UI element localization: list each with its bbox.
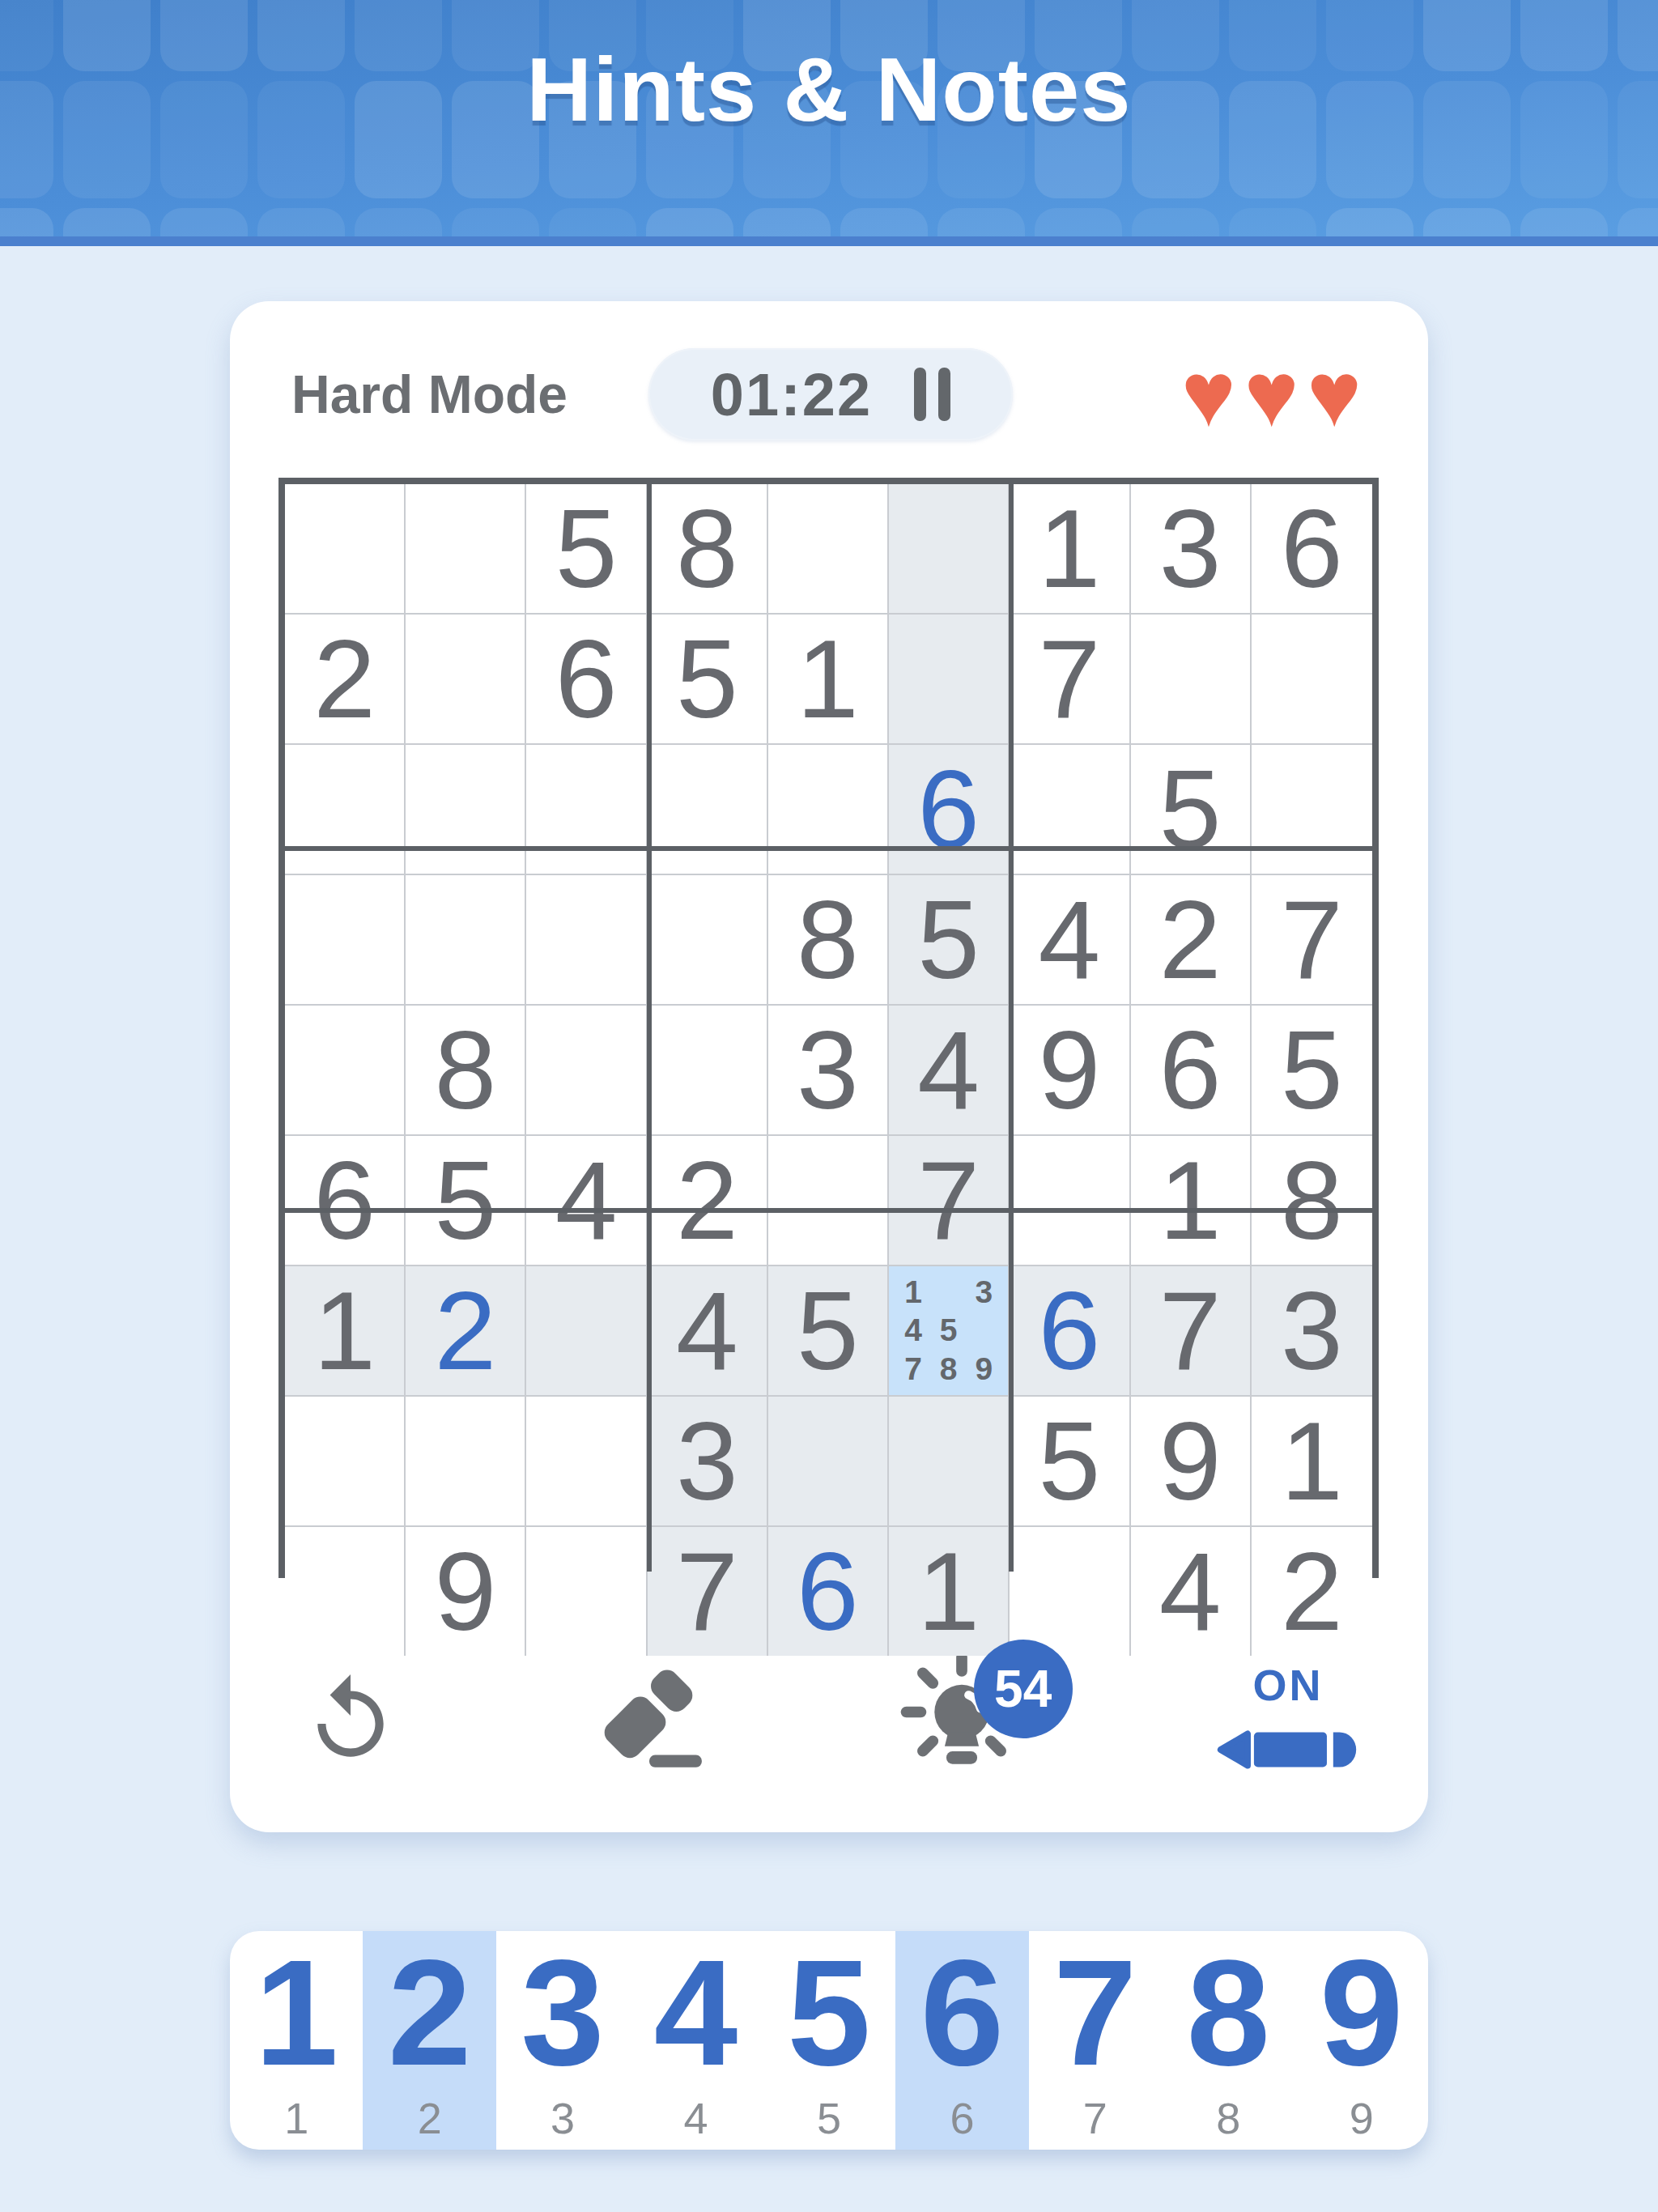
cell-r4c5[interactable]: 8 [768,875,889,1006]
cell-r8c6[interactable] [889,1397,1010,1527]
cell-r2c9[interactable] [1252,615,1372,745]
header-tile [743,208,831,236]
cell-r3c3[interactable] [526,745,647,875]
header-tile [0,208,53,236]
status-bar: Hard Mode 01:22 ♥♥♥ [291,342,1370,447]
cell-r8c3[interactable] [526,1397,647,1527]
cell-r4c8[interactable]: 2 [1131,875,1252,1006]
sudoku-board: 5813626517658542783496565427181245134578… [278,478,1379,1578]
sudoku-grid: 5813626517658542783496565427181245134578… [285,484,1372,1572]
header-tile [452,208,539,236]
header-tile [1229,208,1316,236]
cell-r6c5[interactable] [768,1136,889,1266]
lives-hearts: ♥♥♥ [1181,348,1370,440]
cell-r9c7[interactable] [1010,1527,1130,1656]
cell-r9c3[interactable] [526,1527,647,1656]
cell-r1c1[interactable] [285,484,406,615]
cell-r9c2[interactable]: 9 [406,1527,526,1656]
cell-r2c3[interactable]: 6 [526,615,647,745]
cell-r4c9[interactable]: 7 [1252,875,1372,1006]
cell-r1c9[interactable]: 6 [1252,484,1372,615]
cell-r8c5[interactable] [768,1397,889,1527]
numpad-digit: 4 [654,1933,738,2093]
cell-r2c1[interactable]: 2 [285,615,406,745]
numpad-key-5[interactable]: 55 [763,1931,895,2150]
undo-button[interactable] [301,1670,400,1772]
header-tile [1035,208,1122,236]
cell-r2c4[interactable]: 5 [648,615,768,745]
cell-r7c8[interactable]: 7 [1131,1266,1252,1397]
cell-r7c2[interactable]: 2 [406,1266,526,1397]
numpad-sub-count: 3 [551,2095,575,2142]
numpad-digit: 3 [521,1933,604,2093]
note-digit [967,1312,1002,1351]
cell-r7c1[interactable]: 1 [285,1266,406,1397]
cell-r3c6[interactable]: 6 [889,745,1010,875]
box-divider [1009,484,1014,1572]
heart-icon: ♥ [1181,342,1244,445]
cell-r4c1[interactable] [285,875,406,1006]
cell-r6c7[interactable] [1010,1136,1130,1266]
pause-button[interactable]: 01:22 [648,348,1013,440]
numpad-key-6[interactable]: 66 [895,1931,1028,2150]
header-tile [937,208,1025,236]
numpad-key-3[interactable]: 33 [496,1931,629,2150]
cell-r2c5[interactable]: 1 [768,615,889,745]
cell-r1c7[interactable]: 1 [1010,484,1130,615]
cell-r6c8[interactable]: 1 [1131,1136,1252,1266]
numpad-digit: 1 [254,1933,338,2093]
numpad-digit: 5 [787,1933,870,2093]
notes-toggle-state: ON [1252,1660,1323,1710]
numpad-key-9[interactable]: 99 [1295,1931,1428,2150]
header-tile [646,208,733,236]
cell-r2c8[interactable] [1131,615,1252,745]
note-digit: 7 [895,1350,931,1389]
numpad-key-1[interactable]: 11 [230,1931,363,2150]
cell-r5c7[interactable]: 9 [1010,1006,1130,1136]
cell-r8c2[interactable] [406,1397,526,1527]
cell-r7c6[interactable]: 1345789 [889,1266,1010,1397]
cell-r7c7[interactable]: 6 [1010,1266,1130,1397]
cell-r8c8[interactable]: 9 [1131,1397,1252,1527]
cell-r4c2[interactable] [406,875,526,1006]
app-header: Hints & Notes [0,0,1658,236]
box-divider [285,1208,1372,1213]
cell-r5c6[interactable]: 4 [889,1006,1010,1136]
pause-icon [914,368,950,421]
cell-r2c6[interactable] [889,615,1010,745]
numpad-sub-count: 7 [1083,2095,1107,2142]
header-tile [1520,208,1608,236]
cell-r5c8[interactable]: 6 [1131,1006,1252,1136]
cell-r6c2[interactable]: 5 [406,1136,526,1266]
numpad-sub-count: 5 [817,2095,841,2142]
cell-r3c1[interactable] [285,745,406,875]
box-divider [285,846,1372,851]
cell-r9c4[interactable]: 7 [648,1527,768,1656]
note-digit: 8 [931,1350,967,1389]
header-divider [0,236,1658,246]
cell-r1c3[interactable]: 5 [526,484,647,615]
cell-r6c9[interactable]: 8 [1252,1136,1372,1266]
cell-r4c6[interactable]: 5 [889,875,1010,1006]
note-digit: 1 [895,1273,931,1312]
cell-r7c4[interactable]: 4 [648,1266,768,1397]
toolbar: 54 ON [301,1648,1363,1795]
heart-icon: ♥ [1307,342,1370,445]
cell-r7c3[interactable] [526,1266,647,1397]
cell-r9c1[interactable] [285,1527,406,1656]
cell-r3c8[interactable]: 5 [1131,745,1252,875]
undo-icon [301,1670,400,1772]
page-title: Hints & Notes [0,37,1658,142]
eraser-icon [587,1666,710,1776]
cell-r1c6[interactable] [889,484,1010,615]
header-tile [1423,208,1511,236]
cell-r7c9[interactable]: 3 [1252,1266,1372,1397]
numpad-digit: 6 [920,1933,1004,2093]
eraser-button[interactable] [587,1666,710,1776]
cell-r9c9[interactable]: 2 [1252,1527,1372,1656]
numpad-sub-count: 9 [1350,2095,1374,2142]
cell-r1c2[interactable] [406,484,526,615]
cell-r4c3[interactable] [526,875,647,1006]
numpad-sub-count: 1 [284,2095,308,2142]
cell-r4c7[interactable]: 4 [1010,875,1130,1006]
timer-value: 01:22 [711,360,872,429]
box-divider [647,484,652,1572]
header-tile [160,208,248,236]
note-digit: 3 [967,1273,1002,1312]
header-tile [63,208,151,236]
cell-r5c4[interactable] [648,1006,768,1136]
cell-r5c1[interactable] [285,1006,406,1136]
cell-r7c5[interactable]: 5 [768,1266,889,1397]
numpad-digit: 9 [1320,1933,1403,2093]
cell-r9c8[interactable]: 4 [1131,1527,1252,1656]
numpad-key-2[interactable]: 22 [363,1931,495,2150]
cell-r5c3[interactable] [526,1006,647,1136]
hint-count-badge: 54 [974,1640,1073,1738]
cell-r1c4[interactable]: 8 [648,484,768,615]
numpad-digit: 2 [388,1933,471,2093]
cell-r8c1[interactable] [285,1397,406,1527]
header-tile [1618,208,1658,236]
cell-r1c5[interactable] [768,484,889,615]
cell-r8c9[interactable]: 1 [1252,1397,1372,1527]
cell-r3c2[interactable] [406,745,526,875]
header-tile [840,208,928,236]
numpad-sub-count: 4 [684,2095,708,2142]
note-digit: 5 [931,1312,967,1351]
numpad-sub-count: 8 [1216,2095,1240,2142]
cell-r2c7[interactable]: 7 [1010,615,1130,745]
header-tile [1326,208,1414,236]
cell-r6c3[interactable]: 4 [526,1136,647,1266]
cell-r3c4[interactable] [648,745,768,875]
numpad-sub-count: 6 [950,2095,974,2142]
heart-icon: ♥ [1244,342,1307,445]
numpad-sub-count: 2 [418,2095,442,2142]
header-tile [549,208,636,236]
cell-r9c6[interactable]: 1 [889,1527,1010,1656]
cell-r2c2[interactable] [406,615,526,745]
cell-r6c4[interactable]: 2 [648,1136,768,1266]
cell-r1c8[interactable]: 3 [1131,484,1252,615]
notes-mini-grid: 1345789 [895,1273,1001,1389]
cell-r3c7[interactable] [1010,745,1130,875]
header-tile [1132,208,1219,236]
cell-r6c6[interactable]: 7 [889,1136,1010,1266]
cell-r3c9[interactable] [1252,745,1372,875]
number-pad: 112233445566778899 [230,1931,1428,2150]
cell-r8c7[interactable]: 5 [1010,1397,1130,1527]
header-tile [355,208,442,236]
note-digit: 4 [895,1312,931,1351]
note-digit: 9 [967,1350,1002,1389]
numpad-digit: 8 [1187,1933,1270,2093]
cell-r4c4[interactable] [648,875,768,1006]
note-digit [931,1273,967,1312]
pencil-icon [1213,1720,1363,1783]
difficulty-label: Hard Mode [291,364,568,425]
cell-r9c5[interactable]: 6 [768,1527,889,1656]
notes-toggle-button[interactable]: ON [1213,1660,1363,1783]
header-tile [257,208,345,236]
cell-r6c1[interactable]: 6 [285,1136,406,1266]
numpad-digit: 7 [1053,1933,1137,2093]
cell-r5c9[interactable]: 5 [1252,1006,1372,1136]
cell-r5c5[interactable]: 3 [768,1006,889,1136]
numpad-key-7[interactable]: 77 [1029,1931,1162,2150]
game-card: Hard Mode 01:22 ♥♥♥ 58136265176585427834… [230,301,1428,1832]
cell-r5c2[interactable]: 8 [406,1006,526,1136]
cell-r3c5[interactable] [768,745,889,875]
numpad-key-4[interactable]: 44 [629,1931,762,2150]
hint-button[interactable]: 54 [898,1656,1026,1787]
cell-r8c4[interactable]: 3 [648,1397,768,1527]
numpad-key-8[interactable]: 88 [1162,1931,1295,2150]
